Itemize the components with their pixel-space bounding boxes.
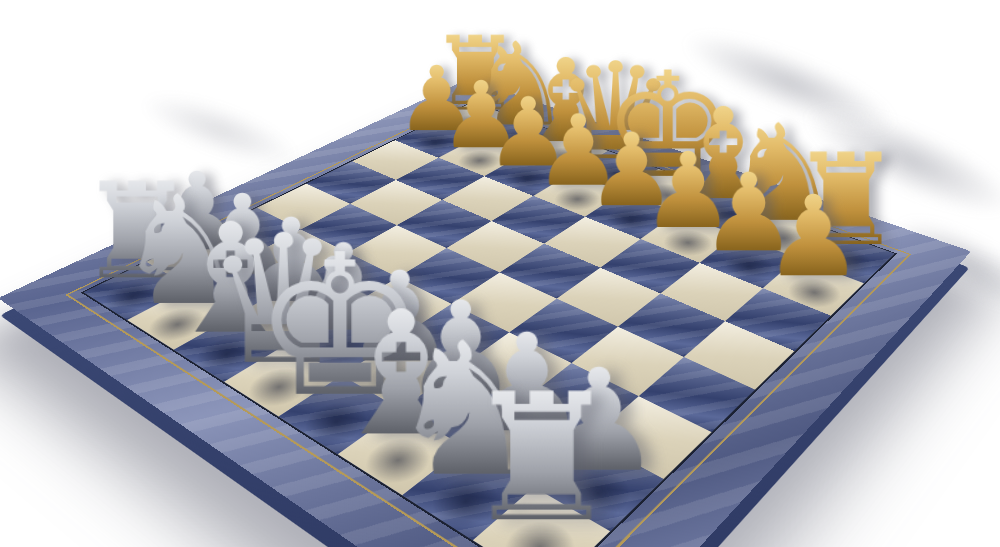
square-h7[interactable]: ♟: [763, 258, 864, 315]
piece-black-pawn[interactable]: ♟: [763, 181, 863, 293]
studio-scene: ♜♞♝♛♚♝♞♜♟♟♟♟♟♟♟♟♟♟♟♟♟♟♟♟♜♞♝♛♚♝♞♜: [0, 0, 1000, 547]
square-h1[interactable]: ♜: [473, 487, 610, 547]
play-area: ♜♞♝♛♚♝♞♜♟♟♟♟♟♟♟♟♟♟♟♟♟♟♟♟♜♞♝♛♚♝♞♜: [81, 101, 897, 547]
square-g6[interactable]: [660, 263, 762, 321]
piece-white-rook[interactable]: ♜: [463, 370, 621, 546]
board-frame: ♜♞♝♛♚♝♞♜♟♟♟♟♟♟♟♟♟♟♟♟♟♟♟♟♜♞♝♛♚♝♞♜: [0, 78, 971, 547]
frame-pinstripe: ♜♞♝♛♚♝♞♜♟♟♟♟♟♟♟♟♟♟♟♟♟♟♟♟♜♞♝♛♚♝♞♜: [65, 98, 911, 547]
chess-board: ♜♞♝♛♚♝♞♜♟♟♟♟♟♟♟♟♟♟♟♟♟♟♟♟♜♞♝♛♚♝♞♜: [0, 78, 971, 547]
